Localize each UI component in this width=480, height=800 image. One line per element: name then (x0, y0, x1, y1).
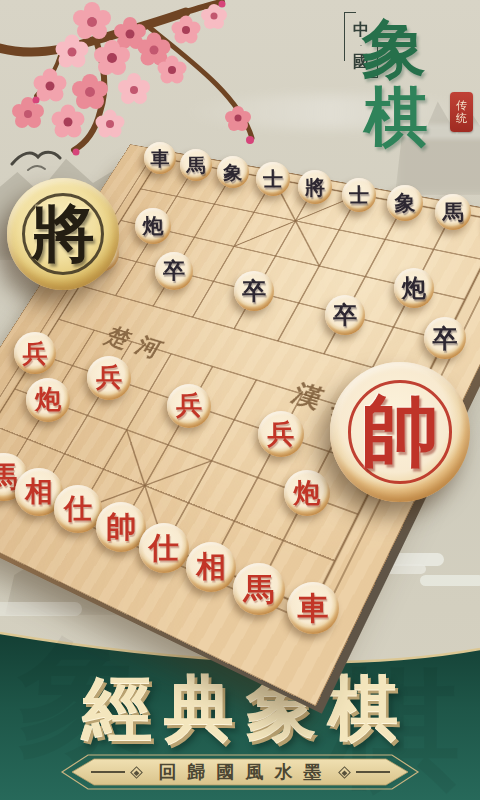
ribbon-decor-line (91, 771, 125, 773)
xiangqi-piece-兵[interactable]: 兵 (14, 332, 56, 374)
xiangqi-piece-馬[interactable]: 馬 (233, 563, 285, 615)
xiangqi-piece-仕[interactable]: 仕 (139, 523, 189, 573)
piece-glyph: 炮 (402, 276, 426, 300)
cloud-swirl (420, 575, 480, 586)
piece-glyph: 馬 (187, 156, 206, 175)
xiangqi-piece-相[interactable]: 相 (186, 542, 236, 592)
xiangqi-piece-兵[interactable]: 兵 (87, 356, 131, 400)
piece-glyph: 仕 (64, 495, 92, 523)
xiangqi-piece-士[interactable]: 士 (342, 178, 376, 212)
xiangqi-piece-炮[interactable]: 炮 (394, 268, 434, 308)
piece-glyph: 相 (196, 552, 226, 582)
ribbon-decor-diamond-icon (130, 766, 143, 779)
xiangqi-piece-炮[interactable]: 炮 (284, 470, 330, 516)
xiangqi-piece-馬[interactable]: 馬 (435, 194, 471, 230)
xiangqi-piece-卒[interactable]: 卒 (234, 271, 274, 311)
piece-glyph: 士 (349, 185, 369, 205)
xiangqi-piece-炮[interactable]: 炮 (135, 208, 171, 244)
xiangqi-piece-象[interactable]: 象 (387, 185, 423, 221)
piece-glyph: 卒 (433, 326, 458, 351)
piece-glyph: 帥 (361, 393, 439, 471)
piece-glyph: 馬 (244, 574, 275, 605)
piece-glyph: 帥 (106, 512, 136, 542)
piece-glyph: 炮 (143, 216, 164, 237)
ribbon-decor-diamond-icon (338, 766, 351, 779)
featured-piece-帥[interactable]: 帥 (330, 362, 470, 502)
app-promo-screen: 中 · 國 象 棋 传 统 (0, 0, 480, 800)
piece-glyph: 相 (25, 478, 53, 506)
piece-glyph: 車 (151, 149, 170, 168)
banner-ribbon: 回歸國風水墨 (0, 752, 480, 792)
piece-glyph: 仕 (149, 533, 179, 563)
banner-headline: 經典象棋 (0, 674, 480, 744)
xiangqi-piece-炮[interactable]: 炮 (26, 378, 70, 422)
banner-tagline: 回歸國風水墨 (148, 760, 333, 784)
ribbon-decor-line (356, 771, 390, 773)
blossoms (12, 1, 254, 156)
title-char-xiang: 象 (362, 18, 426, 82)
piece-glyph: 士 (263, 169, 283, 189)
piece-glyph: 馬 (443, 202, 464, 223)
piece-glyph: 兵 (268, 421, 295, 448)
game-title-block: 中 · 國 象 棋 传 统 (336, 6, 480, 186)
xiangqi-piece-車[interactable]: 車 (144, 142, 176, 174)
featured-piece-將[interactable]: 將 (7, 178, 119, 290)
piece-glyph: 象 (395, 193, 416, 214)
xiangqi-piece-士[interactable]: 士 (256, 162, 290, 196)
piece-glyph: 兵 (176, 393, 202, 419)
xiangqi-piece-將[interactable]: 將 (298, 170, 332, 204)
xiangqi-piece-仕[interactable]: 仕 (54, 485, 102, 533)
xiangqi-piece-馬[interactable]: 馬 (180, 149, 212, 181)
seal-char: 统 (456, 112, 467, 125)
xiangqi-piece-卒[interactable]: 卒 (155, 252, 193, 290)
piece-glyph: 卒 (242, 279, 266, 303)
xiangqi-piece-兵[interactable]: 兵 (258, 411, 304, 457)
seal-char: 传 (456, 99, 467, 112)
piece-glyph: 象 (224, 163, 243, 182)
piece-glyph: 兵 (23, 341, 48, 366)
piece-glyph: 炮 (35, 387, 61, 413)
xiangqi-piece-兵[interactable]: 兵 (167, 384, 211, 428)
cloud-swirl (0, 602, 82, 616)
piece-glyph: 卒 (333, 303, 357, 327)
xiangqi-piece-卒[interactable]: 卒 (325, 295, 365, 335)
cherry-blossom-branch (0, 0, 270, 160)
xiangqi-piece-卒[interactable]: 卒 (424, 317, 466, 359)
xiangqi-piece-象[interactable]: 象 (217, 156, 249, 188)
piece-glyph: 卒 (163, 260, 185, 282)
piece-glyph: 炮 (294, 480, 321, 507)
piece-glyph: 將 (32, 203, 95, 266)
xiangqi-piece-車[interactable]: 車 (287, 582, 339, 634)
title-char-qi: 棋 (364, 86, 428, 150)
piece-glyph: 兵 (96, 365, 122, 391)
piece-glyph: 車 (298, 593, 329, 624)
tradition-seal: 传 统 (450, 92, 473, 132)
piece-glyph: 將 (305, 177, 325, 197)
